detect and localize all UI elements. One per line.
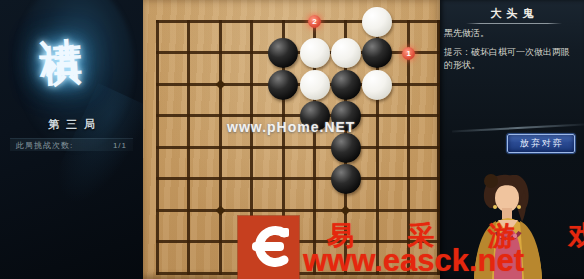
white-stone[interactable] — [300, 38, 330, 68]
white-stone[interactable] — [362, 7, 392, 37]
stage-label: 第三局 — [0, 117, 143, 132]
attempts-row: 此局挑战次数: 1/1 — [10, 138, 133, 151]
puzzle-name-title: 大头鬼 — [440, 6, 584, 21]
black-stone[interactable] — [331, 133, 361, 163]
black-stone[interactable] — [331, 164, 361, 194]
move-marker-1[interactable]: 1 — [402, 47, 415, 60]
watermark-logo — [238, 216, 299, 279]
title-divider — [466, 23, 562, 24]
white-stone[interactable] — [362, 70, 392, 100]
hint-text: 提示：破坏白棋可一次做出两眼的形状。 — [444, 46, 578, 72]
move-marker-2[interactable]: 2 — [308, 15, 321, 28]
white-stone[interactable] — [331, 38, 361, 68]
task-text: 黑先做活。 — [444, 27, 580, 40]
black-stone[interactable] — [331, 70, 361, 100]
watermark-site-url: www.easck.net — [303, 243, 524, 279]
white-stone[interactable] — [300, 70, 330, 100]
attempts-value: 1/1 — [113, 141, 127, 150]
black-stone[interactable] — [268, 38, 298, 68]
left-panel: 诘棋 第三局 此局挑战次数: 1/1 — [0, 0, 143, 279]
giveup-button[interactable]: 放弃对弈 — [507, 134, 575, 153]
game-screen: 诘棋 第三局 此局挑战次数: 1/1 12 大头鬼 黑先做活。 提示：破坏白棋可… — [0, 0, 584, 279]
black-stone[interactable] — [268, 70, 298, 100]
attempts-label: 此局挑战次数: — [16, 140, 73, 151]
watermark-phome: www.pHome.NET — [227, 119, 357, 135]
